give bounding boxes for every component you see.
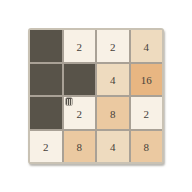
tile-marker-icon [66,98,72,105]
tile-value: 4 [144,42,150,53]
tile-value: 8 [110,109,116,120]
tile-value: 2 [43,142,49,153]
cell-r1-c2: 2 [64,30,96,62]
tile-value: 2 [77,109,83,120]
tile-value: 2 [110,42,116,53]
cell-r4-c2: 8 [64,131,96,163]
cell-r1-c3: 2 [97,30,129,62]
cell-r3-c2: 2 [64,97,96,129]
puzzle-board[interactable]: 2 2 4 4 16 2 8 2 2 8 4 8 [28,28,164,164]
cell-r4-c4: 8 [131,131,163,163]
tile-value: 4 [110,142,116,153]
cell-r3-c1 [30,97,62,129]
cell-r2-c3: 4 [97,64,129,96]
cell-r2-c4: 16 [131,64,163,96]
cell-r2-c2 [64,64,96,96]
cell-r1-c1 [30,30,62,62]
tile-value: 2 [144,109,150,120]
cell-r3-c3: 8 [97,97,129,129]
tile-value: 8 [144,142,150,153]
cell-r3-c4: 2 [131,97,163,129]
cell-r2-c1 [30,64,62,96]
tile-value: 8 [77,142,83,153]
tile-value: 4 [110,75,116,86]
cell-r4-c1: 2 [30,131,62,163]
tile-value: 16 [141,75,152,86]
tile-value: 2 [77,42,83,53]
cell-r1-c4: 4 [131,30,163,62]
cell-r4-c3: 4 [97,131,129,163]
